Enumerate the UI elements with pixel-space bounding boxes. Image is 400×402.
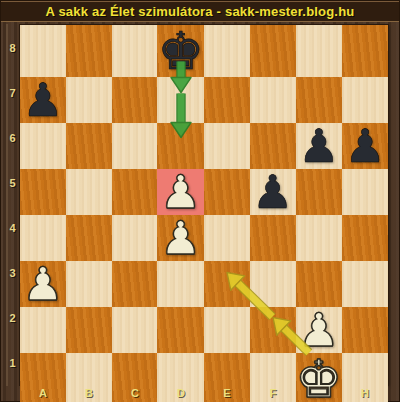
white-pawn[interactable]: ♟ [160, 215, 201, 261]
square-h4[interactable] [342, 215, 388, 261]
file-label-d: D [158, 385, 204, 401]
square-b5[interactable] [66, 169, 112, 215]
square-g2[interactable]: ♟ [296, 307, 343, 353]
square-b3[interactable] [66, 261, 112, 307]
chess-diagram-window: A sakk az Élet szimulátora - sakk-mester… [0, 0, 400, 402]
square-f6[interactable] [250, 123, 296, 169]
square-f4[interactable] [250, 215, 296, 261]
square-d4[interactable]: ♟ [157, 215, 204, 261]
square-c3[interactable] [112, 261, 158, 307]
square-c2[interactable] [112, 307, 158, 353]
square-b4[interactable] [66, 215, 112, 261]
square-h8[interactable] [342, 25, 388, 77]
rank-label-4: 4 [0, 205, 20, 250]
square-g7[interactable] [296, 77, 343, 123]
square-c6[interactable] [112, 123, 158, 169]
square-g3[interactable] [296, 261, 343, 307]
square-d2[interactable] [157, 307, 204, 353]
square-c5[interactable] [112, 169, 158, 215]
square-c4[interactable] [112, 215, 158, 261]
square-a2[interactable] [20, 307, 66, 353]
square-h2[interactable] [342, 307, 388, 353]
square-d3[interactable] [157, 261, 204, 307]
title-bar: A sakk az Élet szimulátora - sakk-mester… [1, 1, 399, 22]
square-h6[interactable]: ♟ [342, 123, 388, 169]
square-e3[interactable] [204, 261, 250, 307]
rank-label-7: 7 [0, 70, 20, 115]
black-pawn[interactable]: ♟ [344, 123, 385, 169]
square-c7[interactable] [112, 77, 158, 123]
file-label-e: E [204, 385, 250, 401]
square-d6[interactable] [157, 123, 204, 169]
white-king[interactable]: ♚ [296, 353, 343, 402]
rank-label-2: 2 [0, 295, 20, 340]
square-f3[interactable] [250, 261, 296, 307]
rank-label-6: 6 [0, 115, 20, 160]
square-e7[interactable] [204, 77, 250, 123]
square-a4[interactable] [20, 215, 66, 261]
square-h5[interactable] [342, 169, 388, 215]
file-label-f: F [250, 385, 296, 401]
square-b2[interactable] [66, 307, 112, 353]
file-label-c: C [112, 385, 158, 401]
file-label-h: H [342, 385, 388, 401]
square-g6[interactable]: ♟ [296, 123, 343, 169]
file-label-b: B [66, 385, 112, 401]
square-f2[interactable] [250, 307, 296, 353]
square-f5[interactable]: ♟ [250, 169, 296, 215]
file-label-a: A [20, 385, 66, 401]
square-g4[interactable] [296, 215, 343, 261]
square-a8[interactable] [20, 25, 66, 77]
square-e6[interactable] [204, 123, 250, 169]
rank-label-8: 8 [0, 25, 20, 70]
white-pawn[interactable]: ♟ [160, 169, 201, 215]
square-a5[interactable] [20, 169, 66, 215]
black-king[interactable]: ♚ [157, 25, 204, 77]
square-d7[interactable] [157, 77, 204, 123]
square-a6[interactable] [20, 123, 66, 169]
square-b8[interactable] [66, 25, 112, 77]
black-pawn[interactable]: ♟ [298, 123, 339, 169]
square-g8[interactable] [296, 25, 343, 77]
rank-label-5: 5 [0, 160, 20, 205]
square-b7[interactable] [66, 77, 112, 123]
square-e8[interactable] [204, 25, 250, 77]
chess-board: ♚♟♟♟♟♟♟♟♟♚ [20, 25, 388, 385]
square-a7[interactable]: ♟ [20, 77, 66, 123]
square-a3[interactable]: ♟ [20, 261, 66, 307]
page-title: A sakk az Élet szimulátora - sakk-mester… [46, 4, 355, 19]
square-c8[interactable] [112, 25, 158, 77]
square-e4[interactable] [204, 215, 250, 261]
square-g1[interactable]: ♚ [296, 353, 343, 402]
black-pawn[interactable]: ♟ [22, 77, 63, 123]
square-h3[interactable] [342, 261, 388, 307]
square-d5[interactable]: ♟ [157, 169, 204, 215]
square-b6[interactable] [66, 123, 112, 169]
white-pawn[interactable]: ♟ [22, 261, 63, 307]
square-f7[interactable] [250, 77, 296, 123]
rank-label-1: 1 [0, 340, 20, 385]
square-f8[interactable] [250, 25, 296, 77]
black-pawn[interactable]: ♟ [252, 169, 293, 215]
square-e5[interactable] [204, 169, 250, 215]
square-d8[interactable]: ♚ [157, 25, 204, 77]
square-e2[interactable] [204, 307, 250, 353]
rank-labels: 87654321 [0, 25, 20, 385]
rank-label-3: 3 [0, 250, 20, 295]
square-h7[interactable] [342, 77, 388, 123]
white-pawn[interactable]: ♟ [298, 307, 339, 353]
square-g5[interactable] [296, 169, 343, 215]
